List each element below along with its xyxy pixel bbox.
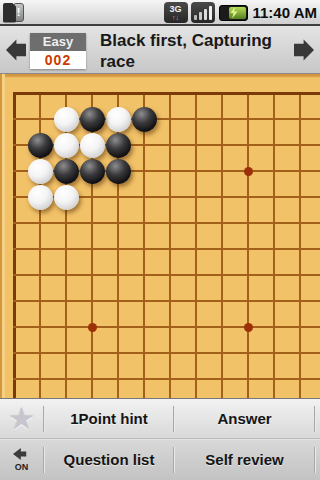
stone-white: [106, 107, 131, 132]
header: Easy 002 Black first, Capturing race: [0, 26, 320, 74]
question-list-button[interactable]: Question list: [45, 440, 173, 479]
stone-white: [28, 185, 53, 210]
board-left-edge: [0, 74, 5, 398]
grid-line: [13, 248, 320, 250]
star-point: [244, 323, 253, 332]
speaker-icon: [13, 447, 30, 461]
3g-data-icon: 3G ↑↓: [164, 2, 188, 23]
grid-line: [13, 300, 320, 302]
grid-line: [13, 378, 320, 380]
stone-white: [54, 133, 79, 158]
data-arrows-icon: ↑↓: [172, 14, 179, 21]
puzzle-title: Black first, Capturing race: [100, 30, 295, 72]
go-board[interactable]: [0, 74, 320, 398]
question-number: 002: [30, 51, 86, 69]
status-bar: ! 3G ↑↓ 11:40 AM: [0, 0, 320, 26]
star-point: [244, 167, 253, 176]
stone-white: [80, 133, 105, 158]
stone-black: [28, 133, 53, 158]
signal-strength-icon: [191, 2, 215, 23]
battery-charging-icon: [219, 5, 248, 21]
answer-button[interactable]: Answer: [175, 399, 314, 438]
board-top-edge: [0, 74, 320, 78]
next-question-button[interactable]: [294, 39, 314, 61]
puzzle-title-line1: Black first, Capturing: [100, 30, 295, 51]
clock: 11:40 AM: [253, 4, 317, 21]
stone-black: [80, 107, 105, 132]
star-point: [88, 323, 97, 332]
control-panel: ★ 1Point hint Answer ON Question list Se…: [0, 398, 320, 480]
prev-question-button[interactable]: [6, 39, 26, 61]
self-review-button[interactable]: Self review: [175, 440, 314, 479]
grid-line: [13, 326, 320, 328]
stone-white: [28, 159, 53, 184]
favorite-button[interactable]: ★: [0, 399, 43, 438]
stone-white: [54, 107, 79, 132]
3g-label: 3G: [170, 4, 182, 14]
stone-black: [132, 107, 157, 132]
sd-card-warning-icon: !: [3, 2, 24, 23]
star-icon: ★: [8, 404, 35, 434]
panel-row-2: ON Question list Self review: [0, 440, 320, 479]
grid-line: [13, 222, 320, 224]
level-badge: Easy 002: [30, 33, 86, 69]
sd-card-icon: [3, 3, 16, 23]
grid-line: [13, 352, 320, 354]
grid-line: [13, 274, 320, 276]
puzzle-title-line2: race: [100, 51, 295, 72]
signal-bars-icon: [194, 5, 212, 20]
board-border-line: [13, 92, 320, 95]
phone-screen: ! 3G ↑↓ 11:40 AM Easy 002 Black first, C…: [0, 0, 320, 480]
stone-black: [54, 159, 79, 184]
stone-black: [106, 133, 131, 158]
hint-button[interactable]: 1Point hint: [45, 399, 173, 438]
stone-black: [80, 159, 105, 184]
sound-state-label: ON: [15, 462, 29, 472]
level-label: Easy: [30, 33, 86, 51]
stone-black: [106, 159, 131, 184]
panel-row-1: ★ 1Point hint Answer: [0, 399, 320, 438]
stone-white: [54, 185, 79, 210]
sound-toggle-button[interactable]: ON: [0, 440, 43, 479]
